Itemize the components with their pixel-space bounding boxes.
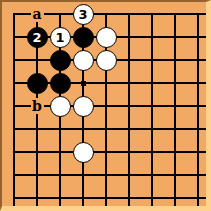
star-point [81,81,86,86]
point-label-b: b [31,98,44,114]
grid-line-v9 [197,13,199,206]
stone-black [73,27,94,48]
stone-white [96,50,117,71]
stone-white [73,142,94,163]
stone-white [73,50,94,71]
grid-line-h8 [13,174,206,176]
grid-line-v1 [13,13,15,206]
stone-white-move1: 1 [50,27,71,48]
grid-line-v7 [151,13,153,206]
point-label-a: a [31,6,44,22]
stone-black-move2: 2 [27,27,48,48]
go-diagram: ab321 [0,0,211,211]
grid-line-h7 [13,151,206,153]
stone-black [50,50,71,71]
go-board: ab321 [2,2,206,206]
stone-white [50,96,71,117]
stone-white-move3: 3 [73,4,94,25]
grid-line-h6 [13,128,206,130]
stone-white [73,96,94,117]
stone-black [50,73,71,94]
grid-line-h9 [13,197,206,199]
stone-black [27,73,48,94]
grid-line-v6 [128,13,130,206]
stone-white [96,27,117,48]
grid-line-v8 [174,13,176,206]
